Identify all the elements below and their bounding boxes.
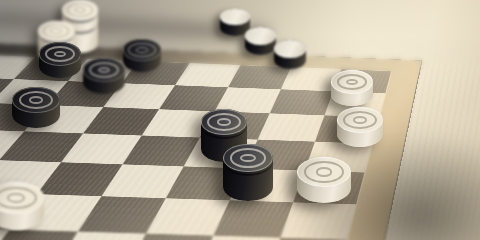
ring-inner	[136, 47, 148, 53]
pieces-layer	[0, 0, 480, 240]
checker-piece-black-man-row1-b[interactable]	[39, 42, 81, 78]
piece-top-face	[83, 58, 125, 82]
piece-top-face	[123, 39, 161, 60]
checker-piece-black-man-offboard[interactable]	[245, 27, 276, 55]
piece-top-face	[297, 157, 351, 187]
ring-inner	[29, 96, 44, 104]
checker-piece-white-man-row6-c[interactable]	[0, 182, 44, 230]
checker-piece-white-man-row3-h[interactable]	[337, 107, 383, 147]
ring-inner	[240, 154, 255, 162]
checker-piece-black-man-row1-d[interactable]	[123, 39, 161, 72]
ring-inner	[316, 167, 333, 176]
ring-inner	[217, 118, 231, 126]
ring-inner	[75, 7, 86, 13]
checker-piece-black-king-row4-g[interactable]	[223, 144, 273, 201]
ring-inner	[285, 46, 295, 51]
piece-top-face	[331, 70, 373, 94]
piece-top-face	[38, 21, 75, 42]
ring-inner	[353, 116, 367, 124]
ring-inner	[50, 28, 61, 34]
piece-top-face	[12, 87, 60, 114]
piece-top-face	[245, 27, 276, 44]
checkers-scene	[0, 0, 480, 240]
checker-piece-white-man-row5-h[interactable]	[297, 157, 351, 203]
checker-piece-white-man-row1-h[interactable]	[331, 70, 373, 106]
checker-piece-black-man-row2-c[interactable]	[83, 58, 125, 94]
piece-top-face	[201, 109, 247, 135]
piece-top-face	[274, 40, 306, 58]
piece-top-face	[337, 107, 383, 133]
ring-inner	[7, 193, 24, 202]
piece-top-face	[223, 144, 273, 172]
piece-top-face	[39, 42, 81, 66]
checker-piece-black-man-offboard[interactable]	[274, 40, 306, 69]
checker-piece-black-man-row3-b[interactable]	[12, 87, 60, 128]
piece-top-face	[62, 0, 98, 20]
